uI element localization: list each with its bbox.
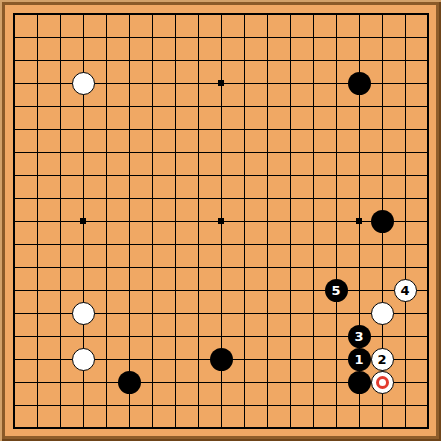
star-point <box>356 218 362 224</box>
stone-white-R3 <box>371 371 394 394</box>
stone-black-Q5: 3 <box>348 325 371 348</box>
stone-black-Q16 <box>348 72 371 95</box>
stone-white-D6 <box>72 302 95 325</box>
move-number: 2 <box>377 353 386 366</box>
move-number: 3 <box>354 330 363 343</box>
move-number: 1 <box>354 353 363 366</box>
intersections-layer: 54312 <box>3 3 440 440</box>
star-point <box>218 80 224 86</box>
move-number: 5 <box>331 284 340 297</box>
circle-marker-icon <box>376 376 389 389</box>
stone-white-D4 <box>72 348 95 371</box>
star-point <box>80 218 86 224</box>
go-board: 54312 <box>0 0 441 441</box>
star-point <box>218 218 224 224</box>
stone-black-Q4: 1 <box>348 348 371 371</box>
stone-black-K4 <box>210 348 233 371</box>
stone-white-D16 <box>72 72 95 95</box>
stone-white-R6 <box>371 302 394 325</box>
stone-black-Q3 <box>348 371 371 394</box>
move-number: 4 <box>400 284 409 297</box>
stone-black-F3 <box>118 371 141 394</box>
stone-white-S7: 4 <box>394 279 417 302</box>
stone-white-R4: 2 <box>371 348 394 371</box>
stone-black-P7: 5 <box>325 279 348 302</box>
stone-black-R10 <box>371 210 394 233</box>
